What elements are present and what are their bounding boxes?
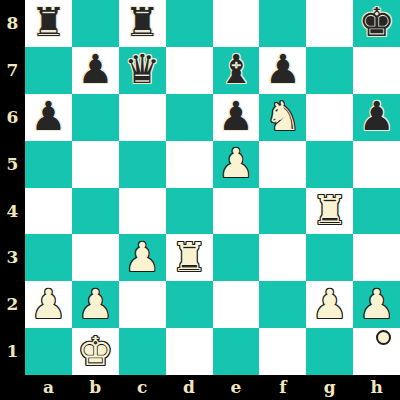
square-e2[interactable]: [213, 281, 260, 328]
black-rook[interactable]: ♜: [31, 2, 67, 42]
file-label-b: b: [72, 375, 119, 400]
square-b8[interactable]: [72, 0, 119, 47]
square-c1[interactable]: [119, 328, 166, 375]
square-e6[interactable]: ♟: [213, 94, 260, 141]
file-label-a: a: [25, 375, 72, 400]
black-pawn[interactable]: ♟: [218, 96, 254, 136]
black-pawn[interactable]: ♟: [359, 96, 395, 136]
square-f8[interactable]: [259, 0, 306, 47]
square-d6[interactable]: [166, 94, 213, 141]
square-c2[interactable]: [119, 281, 166, 328]
white-pawn[interactable]: ♟: [31, 284, 67, 324]
rank-label-5: 5: [0, 141, 25, 188]
square-d4[interactable]: [166, 188, 213, 235]
square-f4[interactable]: [259, 188, 306, 235]
chess-board: ♜♜♚♟♛♝♟♟♟♞♟♟♜♟♜♟♟♟♟♚: [25, 0, 400, 375]
file-label-f: f: [259, 375, 306, 400]
white-pawn[interactable]: ♟: [124, 237, 160, 277]
square-e7[interactable]: ♝: [213, 47, 260, 94]
file-label-d: d: [166, 375, 213, 400]
white-pawn[interactable]: ♟: [218, 143, 254, 183]
square-c3[interactable]: ♟: [119, 234, 166, 281]
square-g5[interactable]: [306, 141, 353, 188]
square-h8[interactable]: ♚: [353, 0, 400, 47]
square-d2[interactable]: [166, 281, 213, 328]
chess-board-frame: ♜♜♚♟♛♝♟♟♟♞♟♟♜♟♜♟♟♟♟♚ 87654321 abcdefgh: [0, 0, 400, 400]
square-a4[interactable]: [25, 188, 72, 235]
white-rook[interactable]: ♜: [171, 237, 207, 277]
square-g4[interactable]: ♜: [306, 188, 353, 235]
square-d3[interactable]: ♜: [166, 234, 213, 281]
square-h5[interactable]: [353, 141, 400, 188]
square-b2[interactable]: ♟: [72, 281, 119, 328]
square-b5[interactable]: [72, 141, 119, 188]
square-e8[interactable]: [213, 0, 260, 47]
square-g3[interactable]: [306, 234, 353, 281]
square-e4[interactable]: [213, 188, 260, 235]
white-pawn[interactable]: ♟: [77, 284, 113, 324]
square-f1[interactable]: [259, 328, 306, 375]
square-d1[interactable]: [166, 328, 213, 375]
rank-label-4: 4: [0, 188, 25, 235]
file-label-g: g: [306, 375, 353, 400]
black-pawn[interactable]: ♟: [77, 49, 113, 89]
square-a7[interactable]: [25, 47, 72, 94]
black-queen[interactable]: ♛: [124, 49, 160, 89]
square-a2[interactable]: ♟: [25, 281, 72, 328]
rank-label-2: 2: [0, 281, 25, 328]
white-to-move-indicator: [376, 330, 391, 345]
square-b3[interactable]: [72, 234, 119, 281]
square-c6[interactable]: [119, 94, 166, 141]
square-g6[interactable]: [306, 94, 353, 141]
black-pawn[interactable]: ♟: [265, 49, 301, 89]
square-d5[interactable]: [166, 141, 213, 188]
white-rook[interactable]: ♜: [312, 190, 348, 230]
square-c7[interactable]: ♛: [119, 47, 166, 94]
rank-label-8: 8: [0, 0, 25, 47]
square-f5[interactable]: [259, 141, 306, 188]
square-f2[interactable]: [259, 281, 306, 328]
white-king[interactable]: ♚: [77, 331, 113, 371]
black-rook[interactable]: ♜: [124, 2, 160, 42]
white-pawn[interactable]: ♟: [359, 284, 395, 324]
square-c8[interactable]: ♜: [119, 0, 166, 47]
square-b4[interactable]: [72, 188, 119, 235]
square-f3[interactable]: [259, 234, 306, 281]
square-d8[interactable]: [166, 0, 213, 47]
file-label-c: c: [119, 375, 166, 400]
white-pawn[interactable]: ♟: [312, 284, 348, 324]
file-label-h: h: [353, 375, 400, 400]
square-c5[interactable]: [119, 141, 166, 188]
square-h6[interactable]: ♟: [353, 94, 400, 141]
square-b7[interactable]: ♟: [72, 47, 119, 94]
rank-label-7: 7: [0, 47, 25, 94]
square-g1[interactable]: [306, 328, 353, 375]
square-g8[interactable]: [306, 0, 353, 47]
square-a5[interactable]: [25, 141, 72, 188]
square-e1[interactable]: [213, 328, 260, 375]
square-a8[interactable]: ♜: [25, 0, 72, 47]
square-h4[interactable]: [353, 188, 400, 235]
white-knight[interactable]: ♞: [265, 96, 301, 136]
black-king[interactable]: ♚: [359, 2, 395, 42]
square-h3[interactable]: [353, 234, 400, 281]
square-e3[interactable]: [213, 234, 260, 281]
square-f7[interactable]: ♟: [259, 47, 306, 94]
square-a6[interactable]: ♟: [25, 94, 72, 141]
rank-label-1: 1: [0, 328, 25, 375]
square-b6[interactable]: [72, 94, 119, 141]
file-label-e: e: [213, 375, 260, 400]
square-e5[interactable]: ♟: [213, 141, 260, 188]
square-c4[interactable]: [119, 188, 166, 235]
square-g2[interactable]: ♟: [306, 281, 353, 328]
square-h2[interactable]: ♟: [353, 281, 400, 328]
square-f6[interactable]: ♞: [259, 94, 306, 141]
rank-label-3: 3: [0, 234, 25, 281]
square-h7[interactable]: [353, 47, 400, 94]
rank-label-6: 6: [0, 94, 25, 141]
black-bishop[interactable]: ♝: [218, 49, 254, 89]
black-pawn[interactable]: ♟: [31, 96, 67, 136]
square-a3[interactable]: [25, 234, 72, 281]
square-a1[interactable]: [25, 328, 72, 375]
square-b1[interactable]: ♚: [72, 328, 119, 375]
square-g7[interactable]: [306, 47, 353, 94]
square-d7[interactable]: [166, 47, 213, 94]
